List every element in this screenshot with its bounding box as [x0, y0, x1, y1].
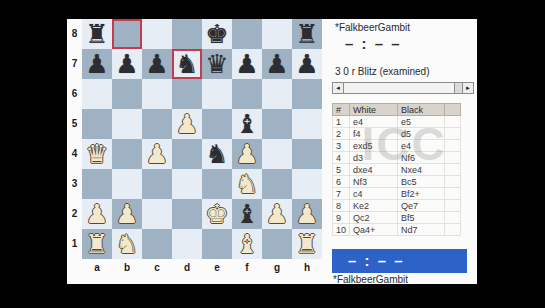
black-pawn-b7[interactable]: ♟	[115, 51, 138, 77]
empty-cell-3	[445, 140, 461, 152]
black-knight-e4[interactable]: ♞	[205, 141, 228, 167]
square-a1[interactable]: ♜	[82, 229, 112, 259]
square-c6[interactable]	[142, 79, 172, 109]
black-pawn-c7[interactable]: ♟	[145, 51, 168, 77]
rank-label-8: 8	[67, 19, 82, 49]
square-f1[interactable]: ♝	[232, 229, 262, 259]
square-c2[interactable]	[142, 199, 172, 229]
move-number-6: 6	[333, 176, 350, 188]
white-pawn-b2[interactable]: ♟	[115, 201, 138, 227]
white-knight-f3[interactable]: ♞	[235, 171, 258, 197]
move-number-2: 2	[333, 128, 350, 140]
square-h2[interactable]: ♟	[292, 199, 322, 229]
square-a2[interactable]: ♟	[82, 199, 112, 229]
black-bishop-f5[interactable]: ♝	[235, 111, 258, 137]
file-label-e: e	[202, 261, 232, 274]
black-move-8[interactable]: Qe7	[398, 200, 445, 212]
file-label-h: h	[292, 261, 322, 274]
square-d1[interactable]	[172, 229, 202, 259]
file-label-c: c	[142, 261, 172, 274]
black-rook-h8[interactable]: ♜	[295, 21, 318, 47]
black-pawn-a7[interactable]: ♟	[85, 51, 108, 77]
white-move-3[interactable]: exd5	[350, 140, 398, 152]
square-d4[interactable]	[172, 139, 202, 169]
move-row-10: 10Qa4+Nd7	[333, 224, 461, 236]
white-move-8[interactable]: Ke2	[350, 200, 398, 212]
move-list-scrollbar[interactable]: ◄ ►	[332, 82, 474, 94]
white-move-5[interactable]: dxe4	[350, 164, 398, 176]
square-g4[interactable]	[262, 139, 292, 169]
square-h3[interactable]	[292, 169, 322, 199]
square-d2[interactable]	[172, 199, 202, 229]
square-c1[interactable]	[142, 229, 172, 259]
square-g1[interactable]	[262, 229, 292, 259]
empty-cell-5	[445, 164, 461, 176]
square-f8[interactable]	[232, 19, 262, 49]
black-pawn-h7[interactable]: ♟	[295, 51, 318, 77]
file-label-d: d	[172, 261, 202, 274]
white-move-4[interactable]: d3	[350, 152, 398, 164]
white-pawn-a2[interactable]: ♟	[85, 201, 108, 227]
file-labels: abcdefgh	[82, 261, 322, 274]
square-e4[interactable]: ♞	[202, 139, 232, 169]
rank-label-4: 4	[67, 139, 82, 169]
rank-labels: 87654321	[67, 19, 82, 259]
square-c3[interactable]	[142, 169, 172, 199]
square-e6[interactable]	[202, 79, 232, 109]
move-number-3: 3	[333, 140, 350, 152]
black-knight-d7[interactable]: ♞	[175, 51, 198, 77]
rank-label-2: 2	[67, 199, 82, 229]
move-number-4: 4	[333, 152, 350, 164]
file-label-g: g	[262, 261, 292, 274]
rank-label-5: 5	[67, 109, 82, 139]
scrollbar-thumb[interactable]	[344, 82, 455, 94]
black-rook-a8[interactable]: ♜	[85, 21, 108, 47]
white-move-7[interactable]: c4	[350, 188, 398, 200]
move-table-header-empty	[445, 104, 461, 116]
empty-cell-10	[445, 224, 461, 236]
square-h6[interactable]	[292, 79, 322, 109]
move-row-4: 4d3Nf6	[333, 152, 461, 164]
empty-cell-4	[445, 152, 461, 164]
rank-label-6: 6	[67, 79, 82, 109]
square-a4[interactable]: ♛	[82, 139, 112, 169]
white-pawn-g2[interactable]: ♟	[265, 201, 288, 227]
square-h5[interactable]	[292, 109, 322, 139]
file-label-f: f	[232, 261, 262, 274]
square-f5[interactable]: ♝	[232, 109, 262, 139]
square-g5[interactable]	[262, 109, 292, 139]
square-c8[interactable]	[142, 19, 172, 49]
move-table-header-num: #	[333, 104, 350, 116]
square-f3[interactable]: ♞	[232, 169, 262, 199]
white-move-9[interactable]: Qc2	[350, 212, 398, 224]
move-row-5: 5dxe4Nxe4	[333, 164, 461, 176]
top-player-name: *FalkbeerGambit	[335, 22, 410, 33]
square-b1[interactable]: ♞	[112, 229, 142, 259]
square-c4[interactable]: ♟	[142, 139, 172, 169]
move-number-9: 9	[333, 212, 350, 224]
white-move-10[interactable]: Qa4+	[350, 224, 398, 236]
move-row-9: 9Qc2Bf5	[333, 212, 461, 224]
scroll-right-button[interactable]: ►	[462, 82, 474, 94]
square-a6[interactable]	[82, 79, 112, 109]
square-b3[interactable]	[112, 169, 142, 199]
black-move-6[interactable]: Bc5	[398, 176, 445, 188]
square-b7[interactable]: ♟	[112, 49, 142, 79]
square-a5[interactable]	[82, 109, 112, 139]
square-b6[interactable]	[112, 79, 142, 109]
rank-label-1: 1	[67, 229, 82, 259]
black-move-9[interactable]: Bf5	[398, 212, 445, 224]
move-number-5: 5	[333, 164, 350, 176]
square-h1[interactable]: ♜	[292, 229, 322, 259]
empty-cell-2	[445, 128, 461, 140]
square-e2[interactable]: ♚	[202, 199, 232, 229]
move-number-8: 8	[333, 200, 350, 212]
black-move-3[interactable]: e4	[398, 140, 445, 152]
square-b8[interactable]	[112, 19, 142, 49]
square-g2[interactable]: ♟	[262, 199, 292, 229]
square-g8[interactable]	[262, 19, 292, 49]
rank-label-3: 3	[67, 169, 82, 199]
square-g3[interactable]	[262, 169, 292, 199]
move-number-1: 1	[333, 116, 350, 128]
square-f7[interactable]: ♟	[232, 49, 262, 79]
square-h7[interactable]: ♟	[292, 49, 322, 79]
white-knight-b1[interactable]: ♞	[115, 231, 138, 257]
square-d8[interactable]	[172, 19, 202, 49]
game-info-label: 3 0 r Blitz (examined)	[335, 66, 429, 77]
square-b2[interactable]: ♟	[112, 199, 142, 229]
black-bishop-f2[interactable]: ♝	[235, 201, 258, 227]
game-panel: *FalkbeerGambit – : – – 3 0 r Blitz (exa…	[331, 19, 477, 284]
move-list-table: #WhiteBlack 1e4e52f4d53exd5e44d3Nf65dxe4…	[332, 103, 461, 236]
square-d3[interactable]	[172, 169, 202, 199]
empty-cell-1	[445, 116, 461, 128]
move-number-10: 10	[333, 224, 350, 236]
square-h4[interactable]	[292, 139, 322, 169]
black-move-5[interactable]: Nxe4	[398, 164, 445, 176]
square-b4[interactable]	[112, 139, 142, 169]
black-pawn-g7[interactable]: ♟	[265, 51, 288, 77]
move-number-7: 7	[333, 188, 350, 200]
white-queen-a4[interactable]: ♛	[85, 141, 108, 167]
black-move-2[interactable]: d5	[398, 128, 445, 140]
black-move-4[interactable]: Nf6	[398, 152, 445, 164]
bottom-player-name: *FalkbeerGambit	[333, 274, 408, 285]
square-c5[interactable]	[142, 109, 172, 139]
move-table-header-black: Black	[398, 104, 445, 116]
file-label-b: b	[112, 261, 142, 274]
black-move-10[interactable]: Nd7	[398, 224, 445, 236]
square-e3[interactable]	[202, 169, 232, 199]
scroll-left-button[interactable]: ◄	[332, 82, 344, 94]
square-a7[interactable]: ♟	[82, 49, 112, 79]
white-bishop-f1[interactable]: ♝	[235, 231, 258, 257]
white-pawn-h2[interactable]: ♟	[295, 201, 318, 227]
square-a3[interactable]	[82, 169, 112, 199]
move-row-2: 2f4d5	[333, 128, 461, 140]
move-row-3: 3exd5e4	[333, 140, 461, 152]
move-table-header-white: White	[350, 104, 398, 116]
chess-app-window: 87654321 ♜♚♜♟♟♟♞♛♟♟♟♟♝♛♟♞♟♞♟♟♚♝♟♟♜♞♝♜ ab…	[67, 19, 477, 284]
empty-cell-6	[445, 176, 461, 188]
square-e5[interactable]	[202, 109, 232, 139]
square-g7[interactable]: ♟	[262, 49, 292, 79]
square-d7[interactable]: ♞	[172, 49, 202, 79]
white-rook-a1[interactable]: ♜	[85, 231, 108, 257]
square-a8[interactable]: ♜	[82, 19, 112, 49]
square-d5[interactable]: ♟	[172, 109, 202, 139]
black-queen-e7[interactable]: ♛	[205, 51, 228, 77]
top-player-clock: – : – –	[345, 35, 402, 52]
white-pawn-f4[interactable]: ♟	[235, 141, 258, 167]
black-pawn-f7[interactable]: ♟	[235, 51, 258, 77]
white-pawn-c4[interactable]: ♟	[145, 141, 168, 167]
square-h8[interactable]: ♜	[292, 19, 322, 49]
empty-cell-8	[445, 200, 461, 212]
black-king-e8[interactable]: ♚	[205, 21, 228, 47]
rank-label-7: 7	[67, 49, 82, 79]
square-g6[interactable]	[262, 79, 292, 109]
black-move-7[interactable]: Bf2+	[398, 188, 445, 200]
square-c7[interactable]: ♟	[142, 49, 172, 79]
scrollbar-track[interactable]	[455, 82, 462, 94]
square-d6[interactable]	[172, 79, 202, 109]
white-pawn-d5[interactable]: ♟	[175, 111, 198, 137]
square-e7[interactable]: ♛	[202, 49, 232, 79]
move-row-1: 1e4e5	[333, 116, 461, 128]
white-move-6[interactable]: Nf3	[350, 176, 398, 188]
white-king-e2[interactable]: ♚	[205, 201, 228, 227]
empty-cell-9	[445, 212, 461, 224]
move-row-7: 7c4Bf2+	[333, 188, 461, 200]
move-row-8: 8Ke2Qe7	[333, 200, 461, 212]
square-e8[interactable]: ♚	[202, 19, 232, 49]
square-e1[interactable]	[202, 229, 232, 259]
chess-board: ♜♚♜♟♟♟♞♛♟♟♟♟♝♛♟♞♟♞♟♟♚♝♟♟♜♞♝♜	[82, 19, 322, 259]
square-b5[interactable]	[112, 109, 142, 139]
video-frame: 87654321 ♜♚♜♟♟♟♞♛♟♟♟♟♝♛♟♞♟♞♟♟♚♝♟♟♜♞♝♜ ab…	[0, 0, 545, 308]
move-row-6: 6Nf3Bc5	[333, 176, 461, 188]
file-label-a: a	[82, 261, 112, 274]
white-rook-h1[interactable]: ♜	[295, 231, 318, 257]
square-f6[interactable]	[232, 79, 262, 109]
bottom-player-clock: – : – –	[332, 249, 467, 273]
square-f2[interactable]: ♝	[232, 199, 262, 229]
black-move-1[interactable]: e5	[398, 116, 445, 128]
empty-cell-7	[445, 188, 461, 200]
square-f4[interactable]: ♟	[232, 139, 262, 169]
white-move-1[interactable]: e4	[350, 116, 398, 128]
white-move-2[interactable]: f4	[350, 128, 398, 140]
